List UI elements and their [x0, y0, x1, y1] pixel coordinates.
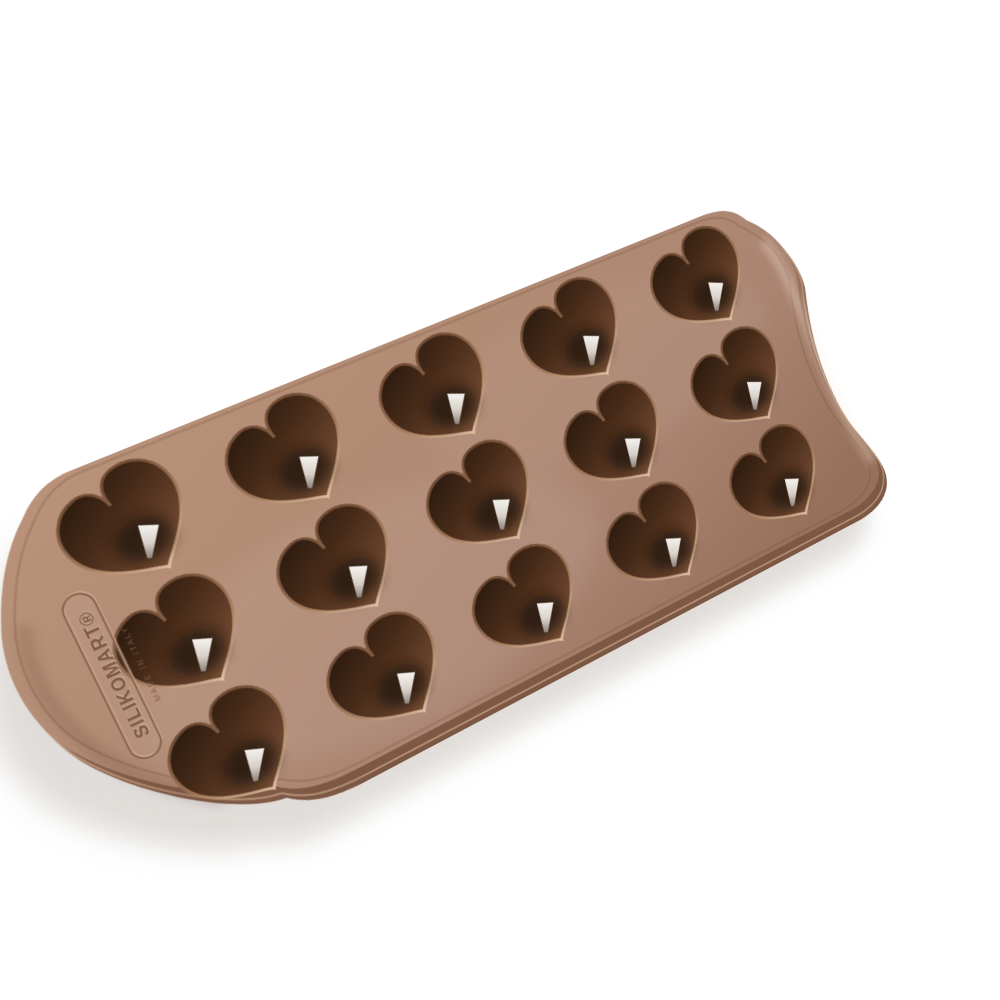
- mold-photo-svg: SILIKOMART® SILIKOMART® MADE IN ITALY: [0, 160, 914, 915]
- photo-scene: SILIKOMART® SILIKOMART® MADE IN ITALY: [0, 0, 1000, 1000]
- chocolate-mold: SILIKOMART® SILIKOMART® MADE IN ITALY: [0, 160, 914, 915]
